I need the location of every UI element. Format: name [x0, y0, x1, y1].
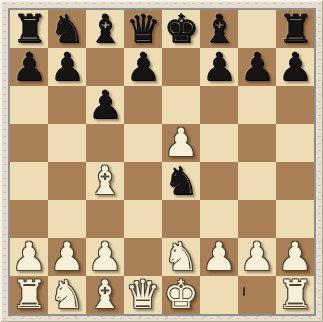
square-b8[interactable]: ♞ — [48, 10, 86, 48]
white-bishop-icon[interactable]: ♝ — [88, 162, 123, 200]
stray-mark — [243, 287, 245, 296]
square-b7[interactable]: ♟ — [48, 48, 86, 86]
square-c7[interactable] — [86, 48, 124, 86]
square-a3[interactable] — [10, 200, 48, 238]
square-h3[interactable] — [276, 200, 314, 238]
square-e6[interactable] — [162, 86, 200, 124]
square-h6[interactable] — [276, 86, 314, 124]
black-pawn-icon[interactable]: ♟ — [126, 48, 161, 86]
square-f3[interactable] — [200, 200, 238, 238]
square-d7[interactable]: ♟ — [124, 48, 162, 86]
black-pawn-icon[interactable]: ♟ — [50, 48, 85, 86]
square-g6[interactable] — [238, 86, 276, 124]
square-f8[interactable]: ♝ — [200, 10, 238, 48]
square-c6[interactable]: ♟ — [86, 86, 124, 124]
black-knight-icon[interactable]: ♞ — [164, 162, 199, 200]
black-bishop-icon[interactable]: ♝ — [88, 10, 123, 48]
square-h2[interactable]: ♟ — [276, 238, 314, 276]
square-g7[interactable]: ♟ — [238, 48, 276, 86]
square-d5[interactable] — [124, 124, 162, 162]
square-c1[interactable]: ♝ — [86, 276, 124, 314]
square-f6[interactable] — [200, 86, 238, 124]
black-queen-icon[interactable]: ♛ — [126, 10, 161, 48]
square-d6[interactable] — [124, 86, 162, 124]
black-king-icon[interactable]: ♚ — [164, 10, 199, 48]
square-a5[interactable] — [10, 124, 48, 162]
white-pawn-icon[interactable]: ♟ — [50, 238, 85, 276]
square-e5[interactable]: ♟ — [162, 124, 200, 162]
square-h5[interactable] — [276, 124, 314, 162]
white-rook-icon[interactable]: ♜ — [12, 276, 47, 314]
square-c2[interactable]: ♟ — [86, 238, 124, 276]
square-b4[interactable] — [48, 162, 86, 200]
square-f5[interactable] — [200, 124, 238, 162]
square-d8[interactable]: ♛ — [124, 10, 162, 48]
square-b3[interactable] — [48, 200, 86, 238]
white-queen-icon[interactable]: ♛ — [126, 276, 161, 314]
square-c4[interactable]: ♝ — [86, 162, 124, 200]
square-e7[interactable] — [162, 48, 200, 86]
white-pawn-icon[interactable]: ♟ — [240, 238, 275, 276]
white-pawn-icon[interactable]: ♟ — [12, 238, 47, 276]
square-g8[interactable] — [238, 10, 276, 48]
black-pawn-icon[interactable]: ♟ — [202, 48, 237, 86]
square-h4[interactable] — [276, 162, 314, 200]
square-d3[interactable] — [124, 200, 162, 238]
square-d1[interactable]: ♛ — [124, 276, 162, 314]
square-e8[interactable]: ♚ — [162, 10, 200, 48]
square-b1[interactable]: ♞ — [48, 276, 86, 314]
white-bishop-icon[interactable]: ♝ — [88, 276, 123, 314]
black-rook-icon[interactable]: ♜ — [278, 10, 313, 48]
square-c8[interactable]: ♝ — [86, 10, 124, 48]
black-pawn-icon[interactable]: ♟ — [278, 48, 313, 86]
square-a8[interactable]: ♜ — [10, 10, 48, 48]
chess-app-window: ♜♞♝♛♚♝♜♟♟♟♟♟♟♟♟♝♞♟♟♟♞♟♟♟♜♞♝♛♚♜ — [0, 0, 323, 322]
square-a1[interactable]: ♜ — [10, 276, 48, 314]
square-e3[interactable] — [162, 200, 200, 238]
white-pawn-icon[interactable]: ♟ — [278, 238, 313, 276]
square-f4[interactable] — [200, 162, 238, 200]
chess-board[interactable]: ♜♞♝♛♚♝♜♟♟♟♟♟♟♟♟♝♞♟♟♟♞♟♟♟♜♞♝♛♚♜ — [8, 8, 316, 316]
square-g5[interactable] — [238, 124, 276, 162]
square-b6[interactable] — [48, 86, 86, 124]
square-c3[interactable] — [86, 200, 124, 238]
black-pawn-icon[interactable]: ♟ — [240, 48, 275, 86]
black-pawn-icon[interactable]: ♟ — [88, 86, 123, 124]
square-a2[interactable]: ♟ — [10, 238, 48, 276]
square-g4[interactable] — [238, 162, 276, 200]
square-d4[interactable] — [124, 162, 162, 200]
square-h7[interactable]: ♟ — [276, 48, 314, 86]
white-pawn-icon[interactable]: ♟ — [202, 238, 237, 276]
square-e2[interactable]: ♞ — [162, 238, 200, 276]
square-a6[interactable] — [10, 86, 48, 124]
square-a7[interactable]: ♟ — [10, 48, 48, 86]
square-h1[interactable]: ♜ — [276, 276, 314, 314]
black-bishop-icon[interactable]: ♝ — [202, 10, 237, 48]
white-pawn-icon[interactable]: ♟ — [164, 124, 199, 162]
square-f7[interactable]: ♟ — [200, 48, 238, 86]
white-knight-icon[interactable]: ♞ — [50, 276, 85, 314]
square-b5[interactable] — [48, 124, 86, 162]
white-pawn-icon[interactable]: ♟ — [88, 238, 123, 276]
black-knight-icon[interactable]: ♞ — [50, 10, 85, 48]
square-h8[interactable]: ♜ — [276, 10, 314, 48]
black-pawn-icon[interactable]: ♟ — [12, 48, 47, 86]
square-e4[interactable]: ♞ — [162, 162, 200, 200]
black-rook-icon[interactable]: ♜ — [12, 10, 47, 48]
square-d2[interactable] — [124, 238, 162, 276]
white-king-icon[interactable]: ♚ — [164, 276, 199, 314]
white-knight-icon[interactable]: ♞ — [164, 238, 199, 276]
square-g3[interactable] — [238, 200, 276, 238]
square-f2[interactable]: ♟ — [200, 238, 238, 276]
square-e1[interactable]: ♚ — [162, 276, 200, 314]
square-c5[interactable] — [86, 124, 124, 162]
square-f1[interactable] — [200, 276, 238, 314]
square-a4[interactable] — [10, 162, 48, 200]
square-g2[interactable]: ♟ — [238, 238, 276, 276]
white-rook-icon[interactable]: ♜ — [278, 276, 313, 314]
square-b2[interactable]: ♟ — [48, 238, 86, 276]
